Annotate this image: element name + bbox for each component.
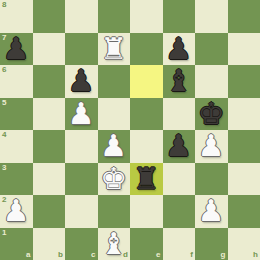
square-d3[interactable]: ♚	[98, 163, 131, 196]
square-d5[interactable]	[98, 98, 131, 131]
white-pawn[interactable]: ♟	[198, 195, 225, 228]
black-pawn[interactable]: ♟	[165, 130, 192, 163]
black-pawn[interactable]: ♟	[165, 33, 192, 66]
square-d1[interactable]: d♝	[98, 228, 131, 260]
square-c7[interactable]	[65, 33, 98, 66]
square-e8[interactable]	[130, 0, 163, 33]
square-f4[interactable]: ♟	[163, 130, 196, 163]
square-b7[interactable]	[33, 33, 66, 66]
chess-board: 87♟♜♟6♟♝5♟♚4♟♟♟3♚♜2♟♟1abcd♝efgh	[0, 0, 260, 260]
square-c3[interactable]	[65, 163, 98, 196]
square-a8[interactable]: 8	[0, 0, 33, 33]
rank-label-6: 6	[2, 66, 6, 74]
file-label-b: b	[58, 251, 63, 259]
square-a6[interactable]: 6	[0, 65, 33, 98]
square-h5[interactable]	[228, 98, 261, 131]
square-b5[interactable]	[33, 98, 66, 131]
white-rook[interactable]: ♜	[100, 33, 127, 66]
square-b4[interactable]	[33, 130, 66, 163]
square-b1[interactable]: b	[33, 228, 66, 260]
square-g6[interactable]	[195, 65, 228, 98]
square-a7[interactable]: 7♟	[0, 33, 33, 66]
square-h4[interactable]	[228, 130, 261, 163]
rank-label-3: 3	[2, 164, 6, 172]
white-pawn[interactable]: ♟	[198, 130, 225, 163]
square-f5[interactable]	[163, 98, 196, 131]
square-g8[interactable]	[195, 0, 228, 33]
square-e2[interactable]	[130, 195, 163, 228]
file-label-f: f	[190, 251, 193, 259]
square-e3[interactable]: ♜	[130, 163, 163, 196]
square-b6[interactable]	[33, 65, 66, 98]
square-e1[interactable]: e	[130, 228, 163, 260]
square-g2[interactable]: ♟	[195, 195, 228, 228]
black-bishop[interactable]: ♝	[165, 65, 192, 98]
white-pawn[interactable]: ♟	[100, 130, 127, 163]
white-pawn[interactable]: ♟	[68, 98, 95, 131]
square-b3[interactable]	[33, 163, 66, 196]
square-h3[interactable]	[228, 163, 261, 196]
square-a1[interactable]: 1a	[0, 228, 33, 260]
file-label-g: g	[221, 251, 226, 259]
square-f8[interactable]	[163, 0, 196, 33]
square-f2[interactable]	[163, 195, 196, 228]
square-c5[interactable]: ♟	[65, 98, 98, 131]
square-c2[interactable]	[65, 195, 98, 228]
square-f3[interactable]	[163, 163, 196, 196]
rank-label-1: 1	[2, 229, 6, 237]
square-b8[interactable]	[33, 0, 66, 33]
square-g3[interactable]	[195, 163, 228, 196]
rank-label-4: 4	[2, 131, 6, 139]
square-c6[interactable]: ♟	[65, 65, 98, 98]
square-e6[interactable]	[130, 65, 163, 98]
black-king[interactable]: ♚	[198, 98, 225, 131]
file-label-h: h	[253, 251, 258, 259]
square-h8[interactable]	[228, 0, 261, 33]
square-c1[interactable]: c	[65, 228, 98, 260]
square-g1[interactable]: g	[195, 228, 228, 260]
black-rook[interactable]: ♜	[133, 163, 160, 196]
square-d8[interactable]	[98, 0, 131, 33]
square-a4[interactable]: 4	[0, 130, 33, 163]
square-d4[interactable]: ♟	[98, 130, 131, 163]
square-c4[interactable]	[65, 130, 98, 163]
square-b2[interactable]	[33, 195, 66, 228]
square-a5[interactable]: 5	[0, 98, 33, 131]
white-king[interactable]: ♚	[100, 163, 127, 196]
rank-label-5: 5	[2, 99, 6, 107]
rank-label-7: 7	[2, 34, 6, 42]
square-g4[interactable]: ♟	[195, 130, 228, 163]
square-h1[interactable]: h	[228, 228, 261, 260]
file-label-a: a	[26, 251, 30, 259]
file-label-c: c	[91, 251, 95, 259]
square-a3[interactable]: 3	[0, 163, 33, 196]
square-e5[interactable]	[130, 98, 163, 131]
square-g5[interactable]: ♚	[195, 98, 228, 131]
square-e4[interactable]	[130, 130, 163, 163]
square-h2[interactable]	[228, 195, 261, 228]
file-label-d: d	[123, 251, 128, 259]
square-h6[interactable]	[228, 65, 261, 98]
square-f6[interactable]: ♝	[163, 65, 196, 98]
square-h7[interactable]	[228, 33, 261, 66]
square-e7[interactable]	[130, 33, 163, 66]
black-pawn[interactable]: ♟	[3, 33, 30, 66]
square-c8[interactable]	[65, 0, 98, 33]
file-label-e: e	[156, 251, 160, 259]
rank-label-8: 8	[2, 1, 6, 9]
black-pawn[interactable]: ♟	[68, 65, 95, 98]
rank-label-2: 2	[2, 196, 6, 204]
square-f1[interactable]: f	[163, 228, 196, 260]
square-d7[interactable]: ♜	[98, 33, 131, 66]
square-g7[interactable]	[195, 33, 228, 66]
square-a2[interactable]: 2♟	[0, 195, 33, 228]
square-d6[interactable]	[98, 65, 131, 98]
white-pawn[interactable]: ♟	[3, 195, 30, 228]
square-d2[interactable]	[98, 195, 131, 228]
square-f7[interactable]: ♟	[163, 33, 196, 66]
